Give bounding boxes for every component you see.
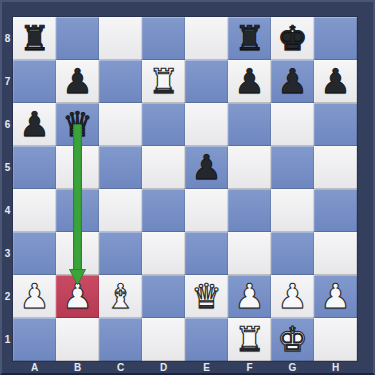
square-e7[interactable] [185,60,228,103]
square-b1[interactable] [56,318,99,361]
square-a2[interactable]: ♟ [13,275,56,318]
square-f3[interactable] [228,232,271,275]
square-g8[interactable]: ♚ [271,17,314,60]
rank-label-4: 4 [2,189,13,232]
black-pawn[interactable]: ♟ [228,60,271,103]
file-label-D: D [142,361,185,374]
rank-label-8: 8 [2,17,13,60]
square-e4[interactable] [185,189,228,232]
black-king[interactable]: ♚ [271,17,314,60]
rank-labels: 87654321 [2,17,13,361]
square-d8[interactable] [142,17,185,60]
square-b8[interactable] [56,17,99,60]
square-h1[interactable] [314,318,357,361]
file-label-H: H [314,361,357,374]
white-rook[interactable]: ♜ [228,318,271,361]
square-d7[interactable]: ♜ [142,60,185,103]
square-f6[interactable] [228,103,271,146]
square-d6[interactable] [142,103,185,146]
square-f8[interactable]: ♜ [228,17,271,60]
square-a6[interactable]: ♟ [13,103,56,146]
square-c1[interactable] [99,318,142,361]
square-h6[interactable] [314,103,357,146]
rank-label-2: 2 [2,275,13,318]
square-g7[interactable]: ♟ [271,60,314,103]
black-rook[interactable]: ♜ [228,17,271,60]
white-pawn[interactable]: ♟ [271,275,314,318]
black-pawn[interactable]: ♟ [13,103,56,146]
square-f5[interactable] [228,146,271,189]
file-label-C: C [99,361,142,374]
square-b2[interactable]: ♟ [56,275,99,318]
square-c5[interactable] [99,146,142,189]
square-a1[interactable] [13,318,56,361]
square-g2[interactable]: ♟ [271,275,314,318]
white-queen[interactable]: ♛ [185,275,228,318]
square-a4[interactable] [13,189,56,232]
file-label-B: B [56,361,99,374]
white-pawn[interactable]: ♟ [56,275,99,318]
rank-label-1: 1 [2,318,13,361]
chess-board: ♜♜♚♟♜♟♟♟♟♛♟♟♟♝♛♟♟♟♜♚ [13,17,357,361]
square-d3[interactable] [142,232,185,275]
square-f4[interactable] [228,189,271,232]
square-c6[interactable] [99,103,142,146]
rank-label-3: 3 [2,232,13,275]
square-g1[interactable]: ♚ [271,318,314,361]
square-c3[interactable] [99,232,142,275]
square-d2[interactable] [142,275,185,318]
white-pawn[interactable]: ♟ [314,275,357,318]
square-b3[interactable] [56,232,99,275]
white-pawn[interactable]: ♟ [228,275,271,318]
square-h4[interactable] [314,189,357,232]
square-f2[interactable]: ♟ [228,275,271,318]
square-c4[interactable] [99,189,142,232]
square-d5[interactable] [142,146,185,189]
file-label-G: G [271,361,314,374]
square-b7[interactable]: ♟ [56,60,99,103]
black-pawn[interactable]: ♟ [56,60,99,103]
square-h3[interactable] [314,232,357,275]
square-f1[interactable]: ♜ [228,318,271,361]
square-g5[interactable] [271,146,314,189]
file-labels: ABCDEFGH [13,361,357,374]
file-label-A: A [13,361,56,374]
black-rook[interactable]: ♜ [13,17,56,60]
square-d1[interactable] [142,318,185,361]
white-pawn[interactable]: ♟ [13,275,56,318]
chess-board-frame: 87654321 ♜♜♚♟♜♟♟♟♟♛♟♟♟♝♛♟♟♟♜♚ ABCDEFGH [0,0,375,375]
rank-label-7: 7 [2,60,13,103]
black-queen[interactable]: ♛ [56,103,99,146]
rank-label-6: 6 [2,103,13,146]
square-c8[interactable] [99,17,142,60]
square-h7[interactable]: ♟ [314,60,357,103]
square-g3[interactable] [271,232,314,275]
file-label-F: F [228,361,271,374]
square-a5[interactable] [13,146,56,189]
square-h5[interactable] [314,146,357,189]
square-a3[interactable] [13,232,56,275]
file-label-E: E [185,361,228,374]
rank-label-5: 5 [2,146,13,189]
square-e3[interactable] [185,232,228,275]
square-e2[interactable]: ♛ [185,275,228,318]
white-rook[interactable]: ♜ [142,60,185,103]
square-c2[interactable]: ♝ [99,275,142,318]
square-e1[interactable] [185,318,228,361]
square-d4[interactable] [142,189,185,232]
square-g6[interactable] [271,103,314,146]
square-c7[interactable] [99,60,142,103]
square-a7[interactable] [13,60,56,103]
square-b6[interactable]: ♛ [56,103,99,146]
square-h2[interactable]: ♟ [314,275,357,318]
square-g4[interactable] [271,189,314,232]
black-pawn[interactable]: ♟ [271,60,314,103]
black-pawn[interactable]: ♟ [314,60,357,103]
square-b5[interactable] [56,146,99,189]
square-h8[interactable] [314,17,357,60]
white-king[interactable]: ♚ [271,318,314,361]
square-e5[interactable]: ♟ [185,146,228,189]
square-b4[interactable] [56,189,99,232]
square-e8[interactable] [185,17,228,60]
square-f7[interactable]: ♟ [228,60,271,103]
square-e6[interactable] [185,103,228,146]
white-bishop[interactable]: ♝ [99,275,142,318]
square-a8[interactable]: ♜ [13,17,56,60]
black-pawn[interactable]: ♟ [185,146,228,189]
